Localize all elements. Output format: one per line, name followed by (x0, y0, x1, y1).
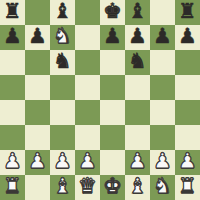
square-a1[interactable]: ♜ (0, 175, 25, 200)
square-f8[interactable]: ♝ (125, 0, 150, 25)
square-e1[interactable]: ♚ (100, 175, 125, 200)
square-c5[interactable] (50, 75, 75, 100)
square-g5[interactable] (150, 75, 175, 100)
square-c7[interactable]: ♞ (50, 25, 75, 50)
piece-black-pawn[interactable]: ♟ (28, 26, 47, 47)
piece-white-king[interactable]: ♚ (103, 176, 122, 197)
square-d1[interactable]: ♛ (75, 175, 100, 200)
piece-black-bishop[interactable]: ♝ (128, 1, 147, 22)
square-b5[interactable] (25, 75, 50, 100)
square-b1[interactable] (25, 175, 50, 200)
piece-black-bishop[interactable]: ♝ (53, 1, 72, 22)
square-d4[interactable] (75, 100, 100, 125)
piece-white-rook[interactable]: ♜ (178, 176, 197, 197)
piece-white-rook[interactable]: ♜ (3, 176, 22, 197)
square-f7[interactable]: ♟ (125, 25, 150, 50)
piece-black-pawn[interactable]: ♟ (178, 26, 197, 47)
square-d6[interactable] (75, 50, 100, 75)
square-f4[interactable] (125, 100, 150, 125)
square-b2[interactable]: ♟ (25, 150, 50, 175)
square-d5[interactable] (75, 75, 100, 100)
square-e7[interactable]: ♟ (100, 25, 125, 50)
square-h3[interactable] (175, 125, 200, 150)
square-e6[interactable] (100, 50, 125, 75)
square-a2[interactable]: ♟ (0, 150, 25, 175)
square-f6[interactable]: ♞ (125, 50, 150, 75)
square-a5[interactable] (0, 75, 25, 100)
square-h1[interactable]: ♜ (175, 175, 200, 200)
square-c4[interactable] (50, 100, 75, 125)
square-f3[interactable] (125, 125, 150, 150)
chess-board: ♜♝♚♝♜♟♟♞♟♟♟♟♞♞♟♟♟♟♟♟♟♜♝♛♚♝♞♜ (0, 0, 200, 200)
square-h5[interactable] (175, 75, 200, 100)
square-h6[interactable] (175, 50, 200, 75)
square-a3[interactable] (0, 125, 25, 150)
square-a6[interactable] (0, 50, 25, 75)
square-g3[interactable] (150, 125, 175, 150)
square-e8[interactable]: ♚ (100, 0, 125, 25)
square-h8[interactable]: ♜ (175, 0, 200, 25)
piece-black-pawn[interactable]: ♟ (128, 26, 147, 47)
square-b6[interactable] (25, 50, 50, 75)
square-g6[interactable] (150, 50, 175, 75)
piece-white-queen[interactable]: ♛ (78, 176, 97, 197)
square-b7[interactable]: ♟ (25, 25, 50, 50)
piece-black-king[interactable]: ♚ (103, 1, 122, 22)
piece-white-pawn[interactable]: ♟ (53, 151, 72, 172)
square-h4[interactable] (175, 100, 200, 125)
square-d7[interactable] (75, 25, 100, 50)
square-f5[interactable] (125, 75, 150, 100)
square-b3[interactable] (25, 125, 50, 150)
square-d8[interactable] (75, 0, 100, 25)
square-d3[interactable] (75, 125, 100, 150)
square-g7[interactable]: ♟ (150, 25, 175, 50)
square-f2[interactable]: ♟ (125, 150, 150, 175)
square-g8[interactable] (150, 0, 175, 25)
piece-white-pawn[interactable]: ♟ (128, 151, 147, 172)
piece-white-knight[interactable]: ♞ (53, 26, 72, 47)
square-b4[interactable] (25, 100, 50, 125)
piece-black-knight[interactable]: ♞ (53, 51, 72, 72)
piece-white-pawn[interactable]: ♟ (28, 151, 47, 172)
square-e2[interactable] (100, 150, 125, 175)
square-b8[interactable] (25, 0, 50, 25)
square-a4[interactable] (0, 100, 25, 125)
piece-black-rook[interactable]: ♜ (3, 1, 22, 22)
square-h7[interactable]: ♟ (175, 25, 200, 50)
square-a7[interactable]: ♟ (0, 25, 25, 50)
square-g2[interactable]: ♟ (150, 150, 175, 175)
piece-white-pawn[interactable]: ♟ (3, 151, 22, 172)
square-e4[interactable] (100, 100, 125, 125)
piece-black-knight[interactable]: ♞ (128, 51, 147, 72)
piece-black-pawn[interactable]: ♟ (153, 26, 172, 47)
square-c2[interactable]: ♟ (50, 150, 75, 175)
square-c6[interactable]: ♞ (50, 50, 75, 75)
piece-black-pawn[interactable]: ♟ (103, 26, 122, 47)
square-g1[interactable]: ♞ (150, 175, 175, 200)
piece-white-bishop[interactable]: ♝ (128, 176, 147, 197)
square-c1[interactable]: ♝ (50, 175, 75, 200)
square-h2[interactable]: ♟ (175, 150, 200, 175)
piece-white-pawn[interactable]: ♟ (178, 151, 197, 172)
piece-black-rook[interactable]: ♜ (178, 1, 197, 22)
square-e5[interactable] (100, 75, 125, 100)
piece-white-pawn[interactable]: ♟ (78, 151, 97, 172)
square-g4[interactable] (150, 100, 175, 125)
piece-black-pawn[interactable]: ♟ (3, 26, 22, 47)
square-c3[interactable] (50, 125, 75, 150)
square-c8[interactable]: ♝ (50, 0, 75, 25)
square-a8[interactable]: ♜ (0, 0, 25, 25)
square-e3[interactable] (100, 125, 125, 150)
square-d2[interactable]: ♟ (75, 150, 100, 175)
square-f1[interactable]: ♝ (125, 175, 150, 200)
piece-white-knight[interactable]: ♞ (153, 176, 172, 197)
piece-white-pawn[interactable]: ♟ (153, 151, 172, 172)
piece-white-bishop[interactable]: ♝ (53, 176, 72, 197)
